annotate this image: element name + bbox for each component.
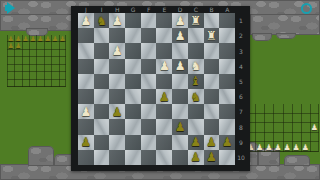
board-square-J6[interactable] — [78, 89, 94, 104]
captured-piece-white: ♟ — [292, 142, 301, 152]
file-label: B — [204, 6, 220, 13]
board-square-A3[interactable] — [219, 43, 235, 58]
rank-label: 6 — [235, 89, 247, 104]
board-square-G1[interactable] — [125, 13, 141, 28]
rank-label: 8 — [235, 119, 247, 134]
board-square-C5[interactable]: ♝ — [188, 74, 204, 89]
file-label: J — [78, 6, 94, 13]
chess-piece-n-C6[interactable]: ♞ — [188, 89, 204, 104]
rank-label: 9 — [235, 135, 247, 150]
board-square-C4[interactable]: ♞ — [188, 59, 204, 74]
board-square-A7[interactable] — [219, 104, 235, 119]
board-square-G10[interactable] — [125, 150, 141, 165]
board-square-D6[interactable] — [172, 89, 188, 104]
board-square-E8[interactable] — [156, 119, 172, 134]
chess-piece-P-E4[interactable]: ♟ — [156, 59, 172, 74]
chess-piece-n-I1[interactable]: ♞ — [94, 13, 110, 28]
board-square-A9[interactable]: ♟ — [219, 135, 235, 150]
board-square-D7[interactable] — [172, 104, 188, 119]
chess-piece-P-J7[interactable]: ♟ — [78, 104, 94, 119]
board-square-B4[interactable] — [204, 59, 220, 74]
board-square-A5[interactable] — [219, 74, 235, 89]
board-square-D4[interactable]: ♟ — [172, 59, 188, 74]
captured-piece-black: ♟ — [14, 42, 21, 49]
board-square-G7[interactable] — [125, 104, 141, 119]
captured-piece-black: ♟ — [59, 35, 66, 42]
chess-piece-N-C4[interactable]: ♞ — [188, 59, 204, 74]
chess-piece-p-A9[interactable]: ♟ — [219, 135, 235, 150]
board-square-J9[interactable]: ♟ — [78, 135, 94, 150]
board-square-A6[interactable] — [219, 89, 235, 104]
rank-label: 4 — [235, 59, 247, 74]
board-square-I1[interactable]: ♞ — [94, 13, 110, 28]
board-square-D9[interactable] — [172, 135, 188, 150]
chess-piece-p-C9[interactable]: ♟ — [188, 135, 204, 150]
board-square-H9[interactable] — [109, 135, 125, 150]
file-labels: JIHGFEDCBA — [78, 6, 235, 13]
file-label: D — [172, 6, 188, 13]
board-square-A1[interactable] — [219, 13, 235, 28]
board-square-I7[interactable] — [94, 104, 110, 119]
board-square-I5[interactable] — [94, 74, 110, 89]
captured-pieces-tray-white: ♟♟♟♟♟♟♟♟ — [246, 104, 319, 152]
board-square-I10[interactable] — [94, 150, 110, 165]
board-square-E10[interactable] — [156, 150, 172, 165]
captured-piece-white: ♟ — [264, 142, 273, 152]
board-square-D10[interactable] — [172, 150, 188, 165]
board-square-J8[interactable] — [78, 119, 94, 134]
rank-label: 3 — [235, 43, 247, 58]
board-square-C2[interactable] — [188, 28, 204, 43]
board-square-H1[interactable]: ♟ — [109, 13, 125, 28]
board-square-G9[interactable] — [125, 135, 141, 150]
chess-piece-R-B2[interactable]: ♜ — [204, 28, 220, 43]
board-square-G6[interactable] — [125, 89, 141, 104]
chess-piece-R-C1[interactable]: ♜ — [188, 13, 204, 28]
captured-piece-white: ♟ — [283, 142, 292, 152]
board-square-B10[interactable]: ♟ — [204, 150, 220, 165]
file-label: C — [188, 6, 204, 13]
stone-block — [276, 33, 296, 39]
board-square-J3[interactable] — [78, 43, 94, 58]
captured-piece-black: ♟ — [29, 35, 36, 42]
file-label: I — [94, 6, 110, 13]
board-square-E6[interactable]: ♟ — [156, 89, 172, 104]
board-square-F6[interactable] — [141, 89, 157, 104]
sound-icon[interactable] — [4, 2, 18, 14]
board-square-E2[interactable] — [156, 28, 172, 43]
captured-pieces-tray-black: ♟♟♟♟♟♟♟♟♟♟ — [7, 35, 66, 87]
board-square-J5[interactable] — [78, 74, 94, 89]
captured-piece-black: ♟ — [7, 42, 14, 49]
board-square-F9[interactable] — [141, 135, 157, 150]
file-label: H — [109, 6, 125, 13]
board-square-C10[interactable]: ♟ — [188, 150, 204, 165]
board-square-G8[interactable] — [125, 119, 141, 134]
chess-piece-p-E6[interactable]: ♟ — [156, 89, 172, 104]
board-square-D2[interactable]: ♟ — [172, 28, 188, 43]
board-square-B5[interactable] — [204, 74, 220, 89]
board-square-D8[interactable]: ♟ — [172, 119, 188, 134]
board-square-D1[interactable]: ♟ — [172, 13, 188, 28]
board-square-I2[interactable] — [94, 28, 110, 43]
board-square-E7[interactable] — [156, 104, 172, 119]
rank-label: 1 — [235, 13, 247, 28]
board-square-G5[interactable] — [125, 74, 141, 89]
board-square-H3[interactable]: ♟ — [109, 43, 125, 58]
board-square-F8[interactable] — [141, 119, 157, 134]
board-square-E3[interactable] — [156, 43, 172, 58]
captured-piece-white: ♟ — [310, 123, 319, 133]
board-square-I8[interactable] — [94, 119, 110, 134]
chess-piece-p-D8[interactable]: ♟ — [172, 119, 188, 134]
board-square-F1[interactable] — [141, 13, 157, 28]
chess-piece-p-H7[interactable]: ♟ — [109, 104, 125, 119]
board-frame: JIHGFEDCBA 12345678910 ♟♞♟♟♜♟♜♟♟♟♞♝♟♞♟♟♟… — [71, 6, 250, 171]
board-square-J10[interactable] — [78, 150, 94, 165]
board-square-B3[interactable] — [204, 43, 220, 58]
captured-piece-black: ♟ — [44, 35, 51, 42]
board-square-J1[interactable]: ♟ — [78, 13, 94, 28]
board-square-E1[interactable] — [156, 13, 172, 28]
rank-label: 10 — [235, 150, 247, 165]
board-square-G2[interactable] — [125, 28, 141, 43]
board-square-B7[interactable] — [204, 104, 220, 119]
rank-labels: 12345678910 — [235, 13, 247, 165]
board-square-F5[interactable] — [141, 74, 157, 89]
board-square-J4[interactable] — [78, 59, 94, 74]
stone-block — [28, 146, 54, 166]
captured-piece-white: ♟ — [255, 142, 264, 152]
board-square-B2[interactable]: ♜ — [204, 28, 220, 43]
board-square-I4[interactable] — [94, 59, 110, 74]
board-square-H4[interactable] — [109, 59, 125, 74]
stone-block — [284, 155, 310, 166]
circle-ring-icon[interactable] — [301, 3, 312, 14]
board-square-I3[interactable] — [94, 43, 110, 58]
board-grid: ♟♞♟♟♜♟♜♟♟♟♞♝♟♞♟♟♟♟♟♟♟♟♟ — [78, 13, 235, 165]
chess-piece-p-B9[interactable]: ♟ — [204, 135, 220, 150]
rank-label: 5 — [235, 74, 247, 89]
board-square-E5[interactable] — [156, 74, 172, 89]
board-square-C9[interactable]: ♟ — [188, 135, 204, 150]
board-square-F10[interactable] — [141, 150, 157, 165]
chess-piece-P-H3[interactable]: ♟ — [109, 43, 125, 58]
board-square-A8[interactable] — [219, 119, 235, 134]
board-square-C3[interactable] — [188, 43, 204, 58]
chess-piece-p-B10[interactable]: ♟ — [204, 150, 220, 165]
board-square-G3[interactable] — [125, 43, 141, 58]
board-square-F2[interactable] — [141, 28, 157, 43]
board-square-B1[interactable] — [204, 13, 220, 28]
chess-piece-p-J9[interactable]: ♟ — [78, 135, 94, 150]
board-square-B9[interactable]: ♟ — [204, 135, 220, 150]
board-square-C7[interactable] — [188, 104, 204, 119]
board-square-D3[interactable] — [172, 43, 188, 58]
chess-piece-P-J1[interactable]: ♟ — [78, 13, 94, 28]
board-square-A4[interactable] — [219, 59, 235, 74]
board-square-E9[interactable] — [156, 135, 172, 150]
board-square-G4[interactable] — [125, 59, 141, 74]
captured-piece-black: ♟ — [37, 35, 44, 42]
board-square-H7[interactable]: ♟ — [109, 104, 125, 119]
file-label: A — [219, 6, 235, 13]
captured-piece-white: ♟ — [301, 142, 310, 152]
board-square-H5[interactable] — [109, 74, 125, 89]
board-square-C8[interactable] — [188, 119, 204, 134]
captured-piece-white: ♟ — [273, 142, 282, 152]
speaker-cone — [7, 2, 15, 14]
board-square-B8[interactable] — [204, 119, 220, 134]
board-square-F3[interactable] — [141, 43, 157, 58]
board-square-E4[interactable]: ♟ — [156, 59, 172, 74]
board-square-I6[interactable] — [94, 89, 110, 104]
board-square-I9[interactable] — [94, 135, 110, 150]
board-square-A10[interactable] — [219, 150, 235, 165]
rank-label: 7 — [235, 104, 247, 119]
file-label: G — [125, 6, 141, 13]
board-square-J2[interactable] — [78, 28, 94, 43]
chess-piece-P-H1[interactable]: ♟ — [109, 13, 125, 28]
board-square-A2[interactable] — [219, 28, 235, 43]
chess-piece-P-D2[interactable]: ♟ — [172, 28, 188, 43]
board-square-C6[interactable]: ♞ — [188, 89, 204, 104]
stone-block — [252, 33, 272, 41]
rank-label: 2 — [235, 28, 247, 43]
captured-piece-black: ♟ — [51, 35, 58, 42]
board-square-D5[interactable] — [172, 74, 188, 89]
board-square-F7[interactable] — [141, 104, 157, 119]
board-square-H8[interactable] — [109, 119, 125, 134]
board-square-J7[interactable]: ♟ — [78, 104, 94, 119]
board-square-H2[interactable] — [109, 28, 125, 43]
board-square-F4[interactable] — [141, 59, 157, 74]
board-square-C1[interactable]: ♜ — [188, 13, 204, 28]
board-square-B6[interactable] — [204, 89, 220, 104]
chess-piece-p-C10[interactable]: ♟ — [188, 150, 204, 165]
chess-piece-b-C5[interactable]: ♝ — [188, 74, 204, 89]
board-square-H6[interactable] — [109, 89, 125, 104]
chess-piece-P-D1[interactable]: ♟ — [172, 13, 188, 28]
captured-piece-black: ♟ — [22, 35, 29, 42]
board-square-H10[interactable] — [109, 150, 125, 165]
stone-block — [250, 14, 320, 35]
chess-piece-P-D4[interactable]: ♟ — [172, 59, 188, 74]
file-label: E — [157, 6, 173, 13]
game-scene: ♟♟♟♟♟♟♟♟♟♟ ♟♟♟♟♟♟♟♟ JIHGFEDCBA 123456789… — [0, 0, 320, 180]
file-label: F — [141, 6, 157, 13]
